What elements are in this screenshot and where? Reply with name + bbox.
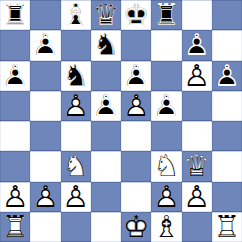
square-f7[interactable]: [151, 30, 181, 60]
white-pawn-outline-glyph: ♙: [61, 182, 91, 212]
black-queen-outline-glyph: ♕: [91, 0, 121, 30]
square-a7[interactable]: [0, 30, 30, 60]
black-pawn[interactable]: ♟♙: [0, 61, 30, 91]
white-pawn[interactable]: ♟♙: [61, 91, 91, 121]
white-pawn-outline-glyph: ♙: [30, 182, 60, 212]
white-pawn[interactable]: ♟♙: [121, 91, 151, 121]
black-pawn-fill-glyph: ♟: [121, 61, 151, 91]
black-pawn[interactable]: ♟♙: [151, 91, 181, 121]
white-pawn-fill-glyph: ♟: [0, 182, 30, 212]
black-pawn-fill-glyph: ♟: [30, 30, 60, 60]
square-h4[interactable]: [212, 121, 242, 151]
square-c3[interactable]: ♞♘: [61, 151, 91, 181]
black-pawn-outline-glyph: ♙: [0, 61, 30, 91]
black-knight-outline-glyph: ♘: [61, 61, 91, 91]
white-pawn-fill-glyph: ♟: [151, 182, 181, 212]
black-queen[interactable]: ♛♕: [91, 0, 121, 30]
black-knight-outline-glyph: ♘: [91, 30, 121, 60]
black-pawn-fill-glyph: ♟: [151, 91, 181, 121]
black-rook-fill-glyph: ♜: [151, 0, 181, 30]
square-e2[interactable]: [121, 182, 151, 212]
white-bishop[interactable]: ♝♗: [151, 212, 181, 242]
square-e7[interactable]: [121, 30, 151, 60]
white-bishop-fill-glyph: ♝: [151, 212, 181, 242]
black-pawn[interactable]: ♟♙: [30, 30, 60, 60]
black-pawn-outline-glyph: ♙: [30, 30, 60, 60]
white-rook-fill-glyph: ♜: [0, 212, 30, 242]
black-bishop-outline-glyph: ♗: [61, 0, 91, 30]
black-pawn-fill-glyph: ♟: [182, 30, 212, 60]
white-queen-fill-glyph: ♛: [182, 151, 212, 181]
white-knight-outline-glyph: ♘: [61, 151, 91, 181]
square-e8[interactable]: ♚♔: [121, 0, 151, 30]
square-e1[interactable]: ♚♔: [121, 212, 151, 242]
square-d5[interactable]: ♟♙: [91, 91, 121, 121]
white-pawn-fill-glyph: ♟: [61, 182, 91, 212]
white-pawn[interactable]: ♟♙: [61, 182, 91, 212]
black-bishop-fill-glyph: ♝: [61, 0, 91, 30]
black-pawn[interactable]: ♟♙: [212, 61, 242, 91]
black-pawn[interactable]: ♟♙: [182, 30, 212, 60]
black-pawn-fill-glyph: ♟: [212, 61, 242, 91]
black-pawn-outline-glyph: ♙: [91, 91, 121, 121]
square-b1[interactable]: [30, 212, 60, 242]
black-king[interactable]: ♚♔: [121, 0, 151, 30]
square-f8[interactable]: ♜♖: [151, 0, 181, 30]
white-rook-fill-glyph: ♜: [212, 212, 242, 242]
black-rook[interactable]: ♜♖: [151, 0, 181, 30]
black-rook-fill-glyph: ♜: [0, 0, 30, 30]
square-c5[interactable]: ♟♙: [61, 91, 91, 121]
square-e3[interactable]: [121, 151, 151, 181]
square-g4[interactable]: [182, 121, 212, 151]
square-d2[interactable]: [91, 182, 121, 212]
white-knight-outline-glyph: ♘: [151, 151, 181, 181]
black-pawn-outline-glyph: ♙: [151, 91, 181, 121]
white-knight[interactable]: ♞♘: [61, 151, 91, 181]
square-e6[interactable]: ♟♙: [121, 61, 151, 91]
black-knight[interactable]: ♞♘: [91, 30, 121, 60]
square-a3[interactable]: [0, 151, 30, 181]
white-queen-outline-glyph: ♕: [182, 151, 212, 181]
black-pawn[interactable]: ♟♙: [121, 61, 151, 91]
black-pawn-outline-glyph: ♙: [182, 30, 212, 60]
white-pawn-fill-glyph: ♟: [121, 91, 151, 121]
white-pawn[interactable]: ♟♙: [182, 182, 212, 212]
white-pawn-outline-glyph: ♙: [121, 91, 151, 121]
square-b8[interactable]: [30, 0, 60, 30]
white-rook[interactable]: ♜♖: [212, 212, 242, 242]
white-knight[interactable]: ♞♘: [151, 151, 181, 181]
square-b5[interactable]: [30, 91, 60, 121]
white-king-fill-glyph: ♚: [121, 212, 151, 242]
square-f6[interactable]: [151, 61, 181, 91]
square-a4[interactable]: [0, 121, 30, 151]
square-h3[interactable]: [212, 151, 242, 181]
white-pawn-outline-glyph: ♙: [151, 182, 181, 212]
square-e4[interactable]: [121, 121, 151, 151]
white-pawn-outline-glyph: ♙: [182, 61, 212, 91]
white-pawn[interactable]: ♟♙: [182, 61, 212, 91]
square-b2[interactable]: ♟♙: [30, 182, 60, 212]
square-a1[interactable]: ♜♖: [0, 212, 30, 242]
square-a2[interactable]: ♟♙: [0, 182, 30, 212]
white-bishop-outline-glyph: ♗: [151, 212, 181, 242]
square-c2[interactable]: ♟♙: [61, 182, 91, 212]
square-d8[interactable]: ♛♕: [91, 0, 121, 30]
square-f3[interactable]: ♞♘: [151, 151, 181, 181]
black-knight[interactable]: ♞♘: [61, 61, 91, 91]
black-bishop[interactable]: ♝♗: [61, 0, 91, 30]
square-f4[interactable]: [151, 121, 181, 151]
square-c1[interactable]: [61, 212, 91, 242]
square-a8[interactable]: ♜♖: [0, 0, 30, 30]
black-knight-fill-glyph: ♞: [61, 61, 91, 91]
square-c7[interactable]: [61, 30, 91, 60]
square-d1[interactable]: [91, 212, 121, 242]
white-pawn[interactable]: ♟♙: [0, 182, 30, 212]
white-knight-fill-glyph: ♞: [61, 151, 91, 181]
black-pawn-fill-glyph: ♟: [0, 61, 30, 91]
square-h5[interactable]: [212, 91, 242, 121]
square-d4[interactable]: [91, 121, 121, 151]
square-h1[interactable]: ♜♖: [212, 212, 242, 242]
square-e5[interactable]: ♟♙: [121, 91, 151, 121]
white-pawn[interactable]: ♟♙: [151, 182, 181, 212]
white-pawn-fill-glyph: ♟: [61, 91, 91, 121]
white-pawn[interactable]: ♟♙: [30, 182, 60, 212]
square-h6[interactable]: ♟♙: [212, 61, 242, 91]
square-h7[interactable]: [212, 30, 242, 60]
white-king-outline-glyph: ♔: [121, 212, 151, 242]
square-h8[interactable]: [212, 0, 242, 30]
square-b4[interactable]: [30, 121, 60, 151]
white-pawn-fill-glyph: ♟: [182, 182, 212, 212]
square-h2[interactable]: [212, 182, 242, 212]
black-king-fill-glyph: ♚: [121, 0, 151, 30]
white-knight-fill-glyph: ♞: [151, 151, 181, 181]
black-rook-outline-glyph: ♖: [151, 0, 181, 30]
black-pawn-fill-glyph: ♟: [91, 91, 121, 121]
square-f2[interactable]: ♟♙: [151, 182, 181, 212]
chess-board: ♜♖♝♗♛♕♚♔♜♖♟♙♞♘♟♙♟♙♞♘♟♙♟♙♟♙♟♙♟♙♟♙♟♙♞♘♞♘♛♕…: [0, 0, 242, 242]
black-king-outline-glyph: ♔: [121, 0, 151, 30]
square-g5[interactable]: [182, 91, 212, 121]
square-g6[interactable]: ♟♙: [182, 61, 212, 91]
square-d3[interactable]: [91, 151, 121, 181]
square-f1[interactable]: ♝♗: [151, 212, 181, 242]
square-b3[interactable]: [30, 151, 60, 181]
square-c6[interactable]: ♞♘: [61, 61, 91, 91]
square-g2[interactable]: ♟♙: [182, 182, 212, 212]
square-a5[interactable]: [0, 91, 30, 121]
black-pawn[interactable]: ♟♙: [91, 91, 121, 121]
square-a6[interactable]: ♟♙: [0, 61, 30, 91]
square-g1[interactable]: [182, 212, 212, 242]
black-rook[interactable]: ♜♖: [0, 0, 30, 30]
square-d7[interactable]: ♞♘: [91, 30, 121, 60]
white-pawn-outline-glyph: ♙: [61, 91, 91, 121]
square-g8[interactable]: [182, 0, 212, 30]
white-queen[interactable]: ♛♕: [182, 151, 212, 181]
white-rook[interactable]: ♜♖: [0, 212, 30, 242]
square-c4[interactable]: [61, 121, 91, 151]
square-g7[interactable]: ♟♙: [182, 30, 212, 60]
white-rook-outline-glyph: ♖: [0, 212, 30, 242]
white-king[interactable]: ♚♔: [121, 212, 151, 242]
black-pawn-outline-glyph: ♙: [212, 61, 242, 91]
black-queen-fill-glyph: ♛: [91, 0, 121, 30]
white-pawn-outline-glyph: ♙: [0, 182, 30, 212]
square-b6[interactable]: [30, 61, 60, 91]
white-rook-outline-glyph: ♖: [212, 212, 242, 242]
square-g3[interactable]: ♛♕: [182, 151, 212, 181]
black-rook-outline-glyph: ♖: [0, 0, 30, 30]
square-f5[interactable]: ♟♙: [151, 91, 181, 121]
white-pawn-fill-glyph: ♟: [30, 182, 60, 212]
square-d6[interactable]: [91, 61, 121, 91]
black-pawn-outline-glyph: ♙: [121, 61, 151, 91]
square-c8[interactable]: ♝♗: [61, 0, 91, 30]
square-b7[interactable]: ♟♙: [30, 30, 60, 60]
white-pawn-outline-glyph: ♙: [182, 182, 212, 212]
white-pawn-fill-glyph: ♟: [182, 61, 212, 91]
black-knight-fill-glyph: ♞: [91, 30, 121, 60]
